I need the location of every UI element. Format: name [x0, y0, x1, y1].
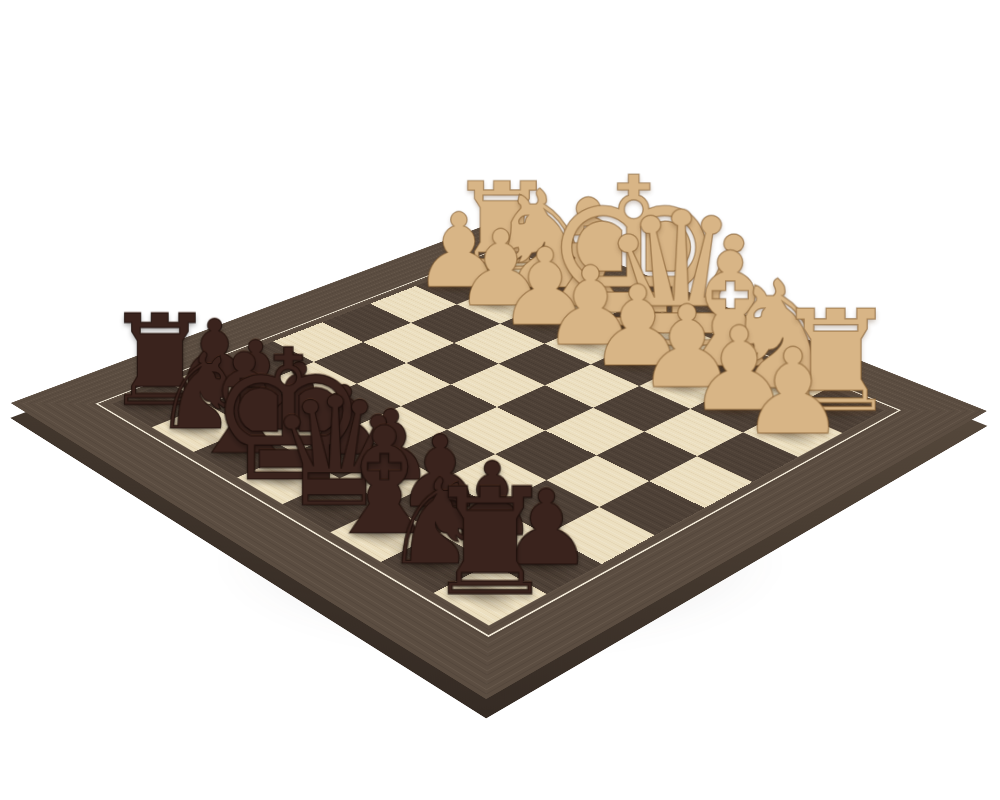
square-a2[interactable]: ♟ — [743, 409, 842, 457]
photo-stage: ♜♞♝♚♛♝♞♜♟♟♟♟♟♟♟♟♟♟♟♟♟♟♟♟♜♞♝♚♛♝♞♜ — [0, 0, 1000, 800]
